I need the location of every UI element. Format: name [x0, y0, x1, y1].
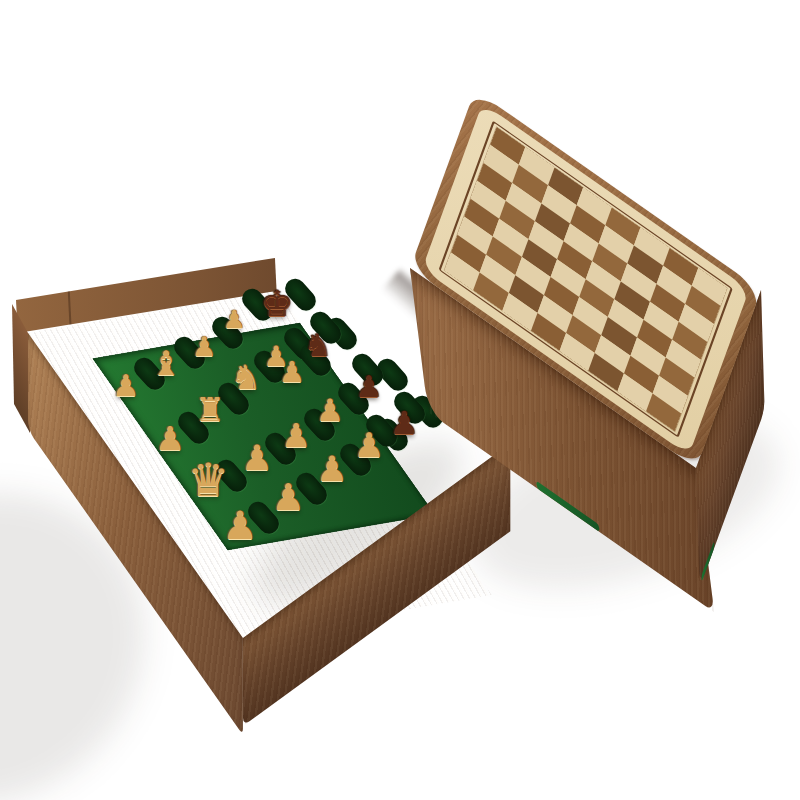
box-felt-pad — [536, 480, 600, 532]
chess-box — [0, 0, 800, 800]
chess-box-scene: ♚♞♟♟♟♟♝♟♟♞♟♜♟♟♟♟♟♟♛♟♟ — [0, 0, 800, 800]
